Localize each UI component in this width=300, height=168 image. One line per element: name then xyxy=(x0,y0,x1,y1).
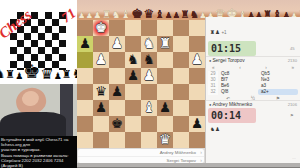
square-h1[interactable] xyxy=(189,20,205,36)
bottom-strip xyxy=(77,163,300,168)
piece-bP: ♟ xyxy=(111,84,123,100)
square-b3[interactable]: ♟ xyxy=(93,52,109,68)
square-a7[interactable] xyxy=(77,116,93,132)
captured-pieces-icons: ♞♟ xyxy=(210,126,220,132)
banner-piece-icon: ♜ xyxy=(102,10,111,20)
square-g1[interactable] xyxy=(173,20,189,36)
banner-piece-icon: ♜ xyxy=(180,10,189,20)
square-b5[interactable]: ♛ xyxy=(93,84,109,100)
square-h6[interactable] xyxy=(189,100,205,116)
square-a3[interactable] xyxy=(77,52,93,68)
player-bottom-rating: 2106 xyxy=(288,101,297,108)
banner-piece-icon: ♚ xyxy=(131,7,143,20)
donation-info: Вступайте в мой клуб Chess71 на lichess.… xyxy=(0,136,77,168)
square-f7[interactable] xyxy=(157,116,173,132)
square-e1[interactable] xyxy=(141,20,157,36)
player-top-name: Sergei Toropov xyxy=(212,58,244,63)
player-top[interactable]: ●Sergei Toropov 2130 xyxy=(209,57,297,64)
square-h2[interactable] xyxy=(189,36,205,52)
square-f3[interactable] xyxy=(157,52,173,68)
material-top: ♜♟ +1 xyxy=(210,29,227,36)
square-h3[interactable]: ♟ xyxy=(189,52,205,68)
piece-wP: ♟ xyxy=(95,52,107,68)
square-g4[interactable] xyxy=(173,68,189,84)
player-links: Andrey Mikhnenko›Sergei Toropov› xyxy=(78,149,204,163)
move-nav: «‹›» xyxy=(212,65,294,70)
move-black-current[interactable]: a2+ xyxy=(258,89,298,95)
logo-piece-silhouettes: ♞♜♟♚♛♟♜♞ xyxy=(2,63,75,80)
piece-bK: ♚ xyxy=(111,116,123,132)
banner-piece-icon: ♟ xyxy=(86,12,93,20)
square-d6[interactable] xyxy=(125,100,141,116)
square-e5[interactable] xyxy=(141,84,157,100)
square-a6[interactable] xyxy=(77,100,93,116)
square-e8[interactable] xyxy=(141,132,157,148)
square-f5[interactable] xyxy=(157,84,173,100)
flag-icon: ⚑ xyxy=(290,113,294,118)
move-list: 29Qc8Qb530Bf7Ne331Be6a332Qf8a2+ xyxy=(208,71,298,95)
piece-wQ: ♛ xyxy=(159,132,171,148)
square-d1[interactable] xyxy=(125,20,141,36)
square-c2[interactable]: ♟ xyxy=(109,36,125,52)
square-e6[interactable]: ♝ xyxy=(141,100,157,116)
clock-top-active: 01:15 xyxy=(208,41,256,56)
square-d2[interactable] xyxy=(125,36,141,52)
logo-piece-icon: ♚ xyxy=(23,63,40,80)
square-c7[interactable]: ♚ xyxy=(109,116,125,132)
footer-hint: … xyxy=(292,155,296,160)
piece-wP: ♟ xyxy=(191,52,203,68)
square-a4[interactable] xyxy=(77,68,93,84)
donation-info-line: Сбербанк 2202 2032 2406 7234 (Андрей В) xyxy=(1,158,76,168)
material-diff: +1 xyxy=(221,30,226,35)
clock-top-aside: 45 xyxy=(290,46,295,51)
piece-wR: ♜ xyxy=(159,36,171,52)
banner-piece-icon: ♞ xyxy=(111,10,120,20)
piece-bP: ♟ xyxy=(127,68,139,84)
logo-piece-icon: ♟ xyxy=(54,72,62,80)
logo-piece-icon: ♜ xyxy=(5,70,15,80)
square-c6[interactable] xyxy=(109,100,125,116)
nav-last-icon[interactable]: » xyxy=(291,65,294,70)
logo-piece-icon: ♞ xyxy=(72,68,77,80)
piece-bQ: ♛ xyxy=(95,84,107,100)
chess-board[interactable]: ♚♟♟♞♜♟♞♞♟♟♟♛♟♟♝♟♚♟♛ xyxy=(77,20,205,148)
square-c4[interactable] xyxy=(109,68,125,84)
clock-bottom-low-time: 00:14 xyxy=(208,108,256,123)
piece-bP: ♟ xyxy=(95,100,107,116)
move-white[interactable]: Qf8 xyxy=(218,89,258,95)
square-d8[interactable] xyxy=(125,132,141,148)
square-e4[interactable]: ♟ xyxy=(141,68,157,84)
square-b1[interactable]: ♚ xyxy=(93,20,109,36)
game-panel: ♜♟ +1 01:15 45 ●Sergei Toropov 2130 «‹›»… xyxy=(205,17,300,168)
logo-piece-icon: ♟ xyxy=(15,72,23,80)
captured-pieces-icons: ♜♟ xyxy=(210,29,220,35)
square-g2[interactable] xyxy=(173,36,189,52)
square-h8[interactable] xyxy=(189,132,205,148)
piece-bN: ♞ xyxy=(127,52,139,68)
square-c8[interactable] xyxy=(109,132,125,148)
nav-prev-icon[interactable]: ‹ xyxy=(239,65,241,70)
streamer-body xyxy=(0,112,66,136)
donation-info-line: Вступайте в мой клуб Chess71 на lichess.… xyxy=(1,137,76,147)
piece-bP: ♟ xyxy=(79,36,91,52)
square-d5[interactable] xyxy=(125,84,141,100)
square-f6[interactable]: ♟ xyxy=(157,100,173,116)
square-d4[interactable]: ♟ xyxy=(125,68,141,84)
square-b8[interactable] xyxy=(93,132,109,148)
piece-bN: ♞ xyxy=(143,52,155,68)
square-f1[interactable] xyxy=(157,20,173,36)
square-b2[interactable] xyxy=(93,36,109,52)
square-f8[interactable]: ♛ xyxy=(157,132,173,148)
banner-piece-icon: ♟ xyxy=(93,11,101,20)
piece-wN: ♞ xyxy=(143,36,155,52)
player-bottom[interactable]: ●Andrey Mikhnenko 2106 xyxy=(209,101,297,108)
square-d3[interactable]: ♞ xyxy=(125,52,141,68)
square-e7[interactable] xyxy=(141,116,157,132)
piece-bP: ♟ xyxy=(191,116,203,132)
square-c5[interactable]: ♟ xyxy=(109,84,125,100)
material-bottom: ♞♟ xyxy=(210,126,220,133)
move-row: 32Qf8a2+ xyxy=(208,89,298,95)
banner-piece-icon: ♝ xyxy=(155,9,165,20)
move-number: 32 xyxy=(208,89,218,95)
piece-wK: ♚ xyxy=(95,20,107,36)
square-g8[interactable] xyxy=(173,132,189,148)
nav-first-icon[interactable]: « xyxy=(212,65,215,70)
banner-piece-icon: ♛ xyxy=(143,8,154,20)
square-g7[interactable] xyxy=(173,116,189,132)
square-f2[interactable]: ♜ xyxy=(157,36,173,52)
square-a8[interactable] xyxy=(77,132,93,148)
square-c3[interactable] xyxy=(109,52,125,68)
square-a2[interactable]: ♟ xyxy=(77,36,93,52)
square-a1[interactable] xyxy=(77,20,93,36)
square-c1[interactable] xyxy=(109,20,125,36)
piece-bP: ♟ xyxy=(159,100,171,116)
square-h7[interactable]: ♟ xyxy=(189,116,205,132)
chevron-right-icon: › xyxy=(200,149,202,156)
banner-piece-icon: ♟ xyxy=(78,12,85,20)
banner-piece-icon: ♝ xyxy=(121,9,131,20)
player-link[interactable]: Andrey Mikhnenko› xyxy=(78,149,204,157)
square-f4[interactable] xyxy=(157,68,173,84)
square-e2[interactable]: ♞ xyxy=(141,36,157,52)
player-top-rating: 2130 xyxy=(288,57,297,64)
piece-wB: ♝ xyxy=(143,100,155,116)
nav-next-icon[interactable]: › xyxy=(265,65,267,70)
square-d7[interactable] xyxy=(125,116,141,132)
square-b7[interactable] xyxy=(93,116,109,132)
banner-piece-icon: ♟ xyxy=(173,12,180,20)
square-e3[interactable]: ♞ xyxy=(141,52,157,68)
piece-wP: ♟ xyxy=(111,36,123,52)
square-h5[interactable] xyxy=(189,84,205,100)
channel-logo: ♞♜♟♚♛♟♜♞ Chess 71 xyxy=(0,0,77,84)
square-b4[interactable] xyxy=(93,68,109,84)
stream-screen: ♟♟♟♜♞♝♚♛♝♟♟♜♞♟♟♛♚♝♟♟♜♝♟♟♜♟♞♟ ♞♜♟♚♛♟♜♞ Ch… xyxy=(0,0,300,168)
logo-piece-icon: ♛ xyxy=(40,67,53,81)
banner-piece-icon: ♟ xyxy=(165,12,172,20)
square-g6[interactable] xyxy=(173,100,189,116)
square-a5[interactable] xyxy=(77,84,93,100)
player-link-label: Andrey Mikhnenko xyxy=(160,150,196,155)
logo-piece-icon: ♜ xyxy=(62,70,72,80)
webcam xyxy=(0,84,77,136)
square-h4[interactable] xyxy=(189,68,205,84)
player-bottom-name: Andrey Mikhnenko xyxy=(212,102,252,107)
banner-piece-icon: ♞ xyxy=(190,10,199,20)
piece-wP: ♟ xyxy=(143,68,155,84)
square-g3[interactable] xyxy=(173,52,189,68)
square-b6[interactable]: ♟ xyxy=(93,100,109,116)
square-g5[interactable] xyxy=(173,84,189,100)
